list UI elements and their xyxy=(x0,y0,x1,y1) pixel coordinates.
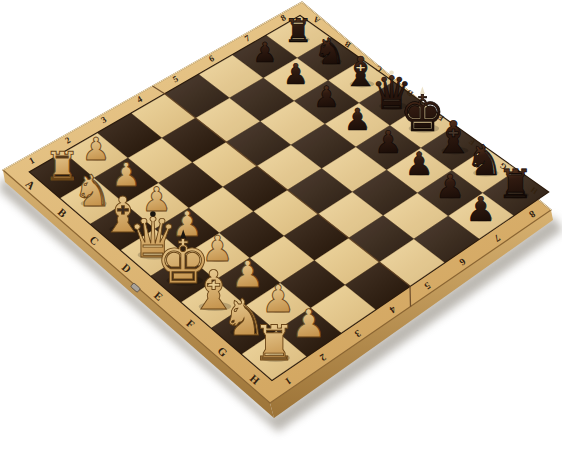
piece-black-knight-b8[interactable]: ♞ xyxy=(313,31,345,72)
piece-black-pawn-a7[interactable]: ♟ xyxy=(252,36,277,68)
piece-black-pawn-e7[interactable]: ♟ xyxy=(374,124,402,160)
chess-set-photo: AABBCCDDEEFFGGHH1122334455667788 ♜♟♞♟♝♟♛… xyxy=(0,0,562,450)
piece-black-pawn-b7[interactable]: ♟ xyxy=(283,58,308,91)
piece-black-pawn-c7[interactable]: ♟ xyxy=(313,80,339,114)
piece-black-rook-h8[interactable]: ♜ xyxy=(497,161,533,208)
piece-black-pawn-d7[interactable]: ♟ xyxy=(344,102,371,137)
piece-black-rook-a8[interactable]: ♜ xyxy=(284,12,313,50)
black-queen-ball-finial xyxy=(389,71,394,76)
white-queen-ball-finial xyxy=(150,211,156,217)
piece-white-pawn-h2[interactable]: ♟ xyxy=(291,301,326,346)
piece-white-pawn-a2[interactable]: ♟ xyxy=(82,131,110,167)
piece-black-pawn-f7[interactable]: ♟ xyxy=(405,145,434,183)
piece-black-pawn-h7[interactable]: ♟ xyxy=(466,189,496,229)
piece-white-rook-h1[interactable]: ♜ xyxy=(252,315,295,371)
chess-board: AABBCCDDEEFFGGHH1122334455667788 ♜♟♞♟♝♟♛… xyxy=(0,0,562,450)
piece-black-pawn-g7[interactable]: ♟ xyxy=(435,167,465,206)
